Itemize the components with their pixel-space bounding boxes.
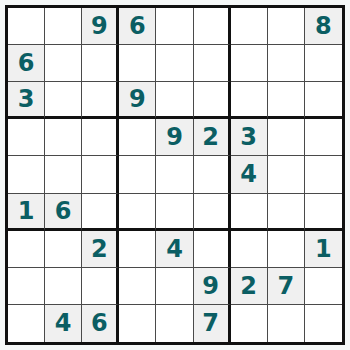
cell-r6c3-empty[interactable] (82, 194, 119, 231)
cell-r1c7-empty[interactable] (231, 8, 268, 45)
cell-r3c7-empty[interactable] (231, 82, 268, 119)
cell-r4c8-empty[interactable] (268, 119, 305, 156)
cell-r8c9-empty[interactable] (305, 268, 342, 305)
cell-r6c5-empty[interactable] (156, 194, 193, 231)
cell-r5c5-empty[interactable] (156, 156, 193, 193)
cell-r4c7-given: 3 (231, 119, 268, 156)
cell-r6c7-empty[interactable] (231, 194, 268, 231)
cell-r5c2-empty[interactable] (45, 156, 82, 193)
cell-r9c9-empty[interactable] (305, 305, 342, 342)
cell-r1c6-empty[interactable] (194, 8, 231, 45)
cell-r1c1-empty[interactable] (8, 8, 45, 45)
cell-r2c8-empty[interactable] (268, 45, 305, 82)
cell-r2c3-empty[interactable] (82, 45, 119, 82)
cell-r9c1-empty[interactable] (8, 305, 45, 342)
cell-r3c2-empty[interactable] (45, 82, 82, 119)
cell-r1c3-given: 9 (82, 8, 119, 45)
cell-r4c9-empty[interactable] (305, 119, 342, 156)
cell-r9c7-empty[interactable] (231, 305, 268, 342)
cell-r4c1-empty[interactable] (8, 119, 45, 156)
cell-r4c5-given: 9 (156, 119, 193, 156)
cell-r5c7-given: 4 (231, 156, 268, 193)
cell-r8c6-given: 9 (194, 268, 231, 305)
cell-r3c9-empty[interactable] (305, 82, 342, 119)
cell-r9c2-given: 4 (45, 305, 82, 342)
cell-r8c1-empty[interactable] (8, 268, 45, 305)
sudoku-board: 968639923416241927467 (5, 5, 345, 345)
cell-r3c8-empty[interactable] (268, 82, 305, 119)
cell-r7c9-given: 1 (305, 231, 342, 268)
cell-r8c3-empty[interactable] (82, 268, 119, 305)
cell-r9c3-given: 6 (82, 305, 119, 342)
cell-r6c6-empty[interactable] (194, 194, 231, 231)
cell-r5c8-empty[interactable] (268, 156, 305, 193)
cell-r4c4-empty[interactable] (119, 119, 156, 156)
cell-r4c2-empty[interactable] (45, 119, 82, 156)
cell-r7c5-given: 4 (156, 231, 193, 268)
cell-r8c8-given: 7 (268, 268, 305, 305)
cell-r5c9-empty[interactable] (305, 156, 342, 193)
cell-r7c1-empty[interactable] (8, 231, 45, 268)
cell-r3c3-empty[interactable] (82, 82, 119, 119)
cell-r1c8-empty[interactable] (268, 8, 305, 45)
cell-r3c1-given: 3 (8, 82, 45, 119)
cell-r6c1-given: 1 (8, 194, 45, 231)
cell-r2c7-empty[interactable] (231, 45, 268, 82)
cell-r7c4-empty[interactable] (119, 231, 156, 268)
cell-r9c4-empty[interactable] (119, 305, 156, 342)
cell-r8c2-empty[interactable] (45, 268, 82, 305)
cell-r3c6-empty[interactable] (194, 82, 231, 119)
cell-r5c4-empty[interactable] (119, 156, 156, 193)
cell-r9c5-empty[interactable] (156, 305, 193, 342)
cell-r2c5-empty[interactable] (156, 45, 193, 82)
cell-r5c6-empty[interactable] (194, 156, 231, 193)
cell-r7c7-empty[interactable] (231, 231, 268, 268)
cell-r6c2-given: 6 (45, 194, 82, 231)
cell-r7c2-empty[interactable] (45, 231, 82, 268)
cell-r9c8-empty[interactable] (268, 305, 305, 342)
cell-r5c1-empty[interactable] (8, 156, 45, 193)
cell-r1c2-empty[interactable] (45, 8, 82, 45)
cell-r4c3-empty[interactable] (82, 119, 119, 156)
cell-r2c4-empty[interactable] (119, 45, 156, 82)
cell-r6c8-empty[interactable] (268, 194, 305, 231)
cell-r7c8-empty[interactable] (268, 231, 305, 268)
cell-r8c7-given: 2 (231, 268, 268, 305)
cell-r2c9-empty[interactable] (305, 45, 342, 82)
cell-r3c5-empty[interactable] (156, 82, 193, 119)
cell-r1c9-given: 8 (305, 8, 342, 45)
cell-r5c3-empty[interactable] (82, 156, 119, 193)
cell-r2c6-empty[interactable] (194, 45, 231, 82)
cell-r6c9-empty[interactable] (305, 194, 342, 231)
cell-r8c5-empty[interactable] (156, 268, 193, 305)
cell-r6c4-empty[interactable] (119, 194, 156, 231)
cell-r2c1-given: 6 (8, 45, 45, 82)
cell-r4c6-given: 2 (194, 119, 231, 156)
cell-r7c3-given: 2 (82, 231, 119, 268)
cell-r1c5-empty[interactable] (156, 8, 193, 45)
cell-r1c4-given: 6 (119, 8, 156, 45)
cell-r7c6-empty[interactable] (194, 231, 231, 268)
cell-r8c4-empty[interactable] (119, 268, 156, 305)
cell-r9c6-given: 7 (194, 305, 231, 342)
cell-r2c2-empty[interactable] (45, 45, 82, 82)
cell-r3c4-given: 9 (119, 82, 156, 119)
